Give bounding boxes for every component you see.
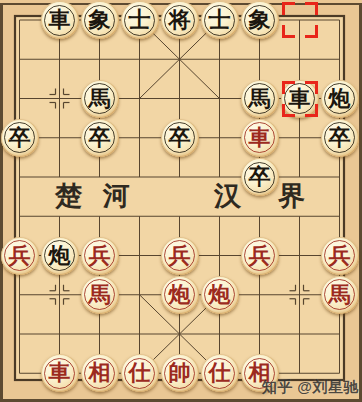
black-chariot-disc: 車 [281, 80, 319, 118]
black-elephant-glyph: 象 [89, 1, 111, 39]
red-soldier-disc: 兵 [161, 237, 199, 275]
piece-red-soldier[interactable]: 兵 [80, 236, 120, 275]
black-chariot-glyph: 車 [49, 1, 71, 39]
black-soldier-glyph: 卒 [169, 118, 191, 156]
piece-red-elephant[interactable]: 相 [80, 354, 120, 393]
xiangqi-app: 楚河 汉界 車象士将士象馬馬車炮卒卒卒車卒卒兵炮兵兵兵兵馬炮炮馬車相仕帥仕相 知… [0, 0, 362, 402]
red-chariot-glyph: 車 [249, 118, 271, 156]
red-soldier-disc: 兵 [321, 237, 359, 275]
red-elephant-glyph: 相 [89, 354, 111, 392]
piece-black-soldier[interactable]: 卒 [160, 118, 200, 157]
black-soldier-disc: 卒 [241, 158, 279, 196]
red-chariot-disc: 車 [41, 354, 79, 392]
black-advisor-glyph: 士 [209, 1, 231, 39]
red-soldier-glyph: 兵 [169, 236, 191, 274]
black-horse-disc: 馬 [241, 80, 279, 118]
red-elephant-disc: 相 [81, 354, 119, 392]
black-horse-glyph: 馬 [89, 79, 111, 117]
red-cannon-glyph: 炮 [169, 275, 191, 313]
piece-black-elephant[interactable]: 象 [240, 0, 280, 39]
piece-black-soldier[interactable]: 卒 [0, 118, 40, 157]
piece-red-cannon[interactable]: 炮 [160, 275, 200, 314]
black-soldier-glyph: 卒 [89, 118, 111, 156]
piece-red-soldier[interactable]: 兵 [240, 236, 280, 275]
piece-red-soldier[interactable]: 兵 [0, 236, 40, 275]
piece-red-horse[interactable]: 馬 [80, 275, 120, 314]
piece-black-cannon[interactable]: 炮 [320, 79, 360, 118]
red-soldier-glyph: 兵 [249, 236, 271, 274]
piece-black-advisor[interactable]: 士 [120, 0, 160, 39]
black-elephant-disc: 象 [241, 1, 279, 39]
black-horse-disc: 馬 [81, 80, 119, 118]
piece-black-advisor[interactable]: 士 [200, 0, 240, 39]
black-cannon-disc: 炮 [41, 237, 79, 275]
piece-black-soldier[interactable]: 卒 [80, 118, 120, 157]
red-horse-glyph: 馬 [89, 275, 111, 313]
piece-black-soldier[interactable]: 卒 [240, 157, 280, 196]
black-soldier-disc: 卒 [81, 119, 119, 157]
black-soldier-disc: 卒 [321, 119, 359, 157]
red-soldier-disc: 兵 [241, 237, 279, 275]
piece-red-horse[interactable]: 馬 [320, 275, 360, 314]
red-soldier-disc: 兵 [1, 237, 39, 275]
black-cannon-disc: 炮 [321, 80, 359, 118]
red-horse-disc: 馬 [321, 276, 359, 314]
red-horse-disc: 馬 [81, 276, 119, 314]
red-advisor-disc: 仕 [121, 354, 159, 392]
piece-black-cannon[interactable]: 炮 [40, 236, 80, 275]
red-advisor-disc: 仕 [201, 354, 239, 392]
red-soldier-glyph: 兵 [329, 236, 351, 274]
piece-black-horse[interactable]: 馬 [240, 79, 280, 118]
red-cannon-glyph: 炮 [209, 275, 231, 313]
red-soldier-glyph: 兵 [89, 236, 111, 274]
piece-black-horse[interactable]: 馬 [80, 79, 120, 118]
black-chariot-disc: 車 [41, 1, 79, 39]
red-advisor-glyph: 仕 [129, 354, 151, 392]
piece-red-advisor[interactable]: 仕 [200, 354, 240, 393]
black-advisor-disc: 士 [201, 1, 239, 39]
black-cannon-glyph: 炮 [49, 236, 71, 274]
piece-red-general[interactable]: 帥 [160, 354, 200, 393]
piece-black-chariot[interactable]: 車 [40, 0, 80, 39]
black-advisor-glyph: 士 [129, 1, 151, 39]
red-general-disc: 帥 [161, 354, 199, 392]
black-chariot-glyph: 車 [289, 79, 311, 117]
black-soldier-glyph: 卒 [329, 118, 351, 156]
red-soldier-disc: 兵 [81, 237, 119, 275]
black-horse-glyph: 馬 [249, 79, 271, 117]
piece-red-cannon[interactable]: 炮 [200, 275, 240, 314]
piece-red-chariot[interactable]: 車 [240, 118, 280, 157]
piece-red-advisor[interactable]: 仕 [120, 354, 160, 393]
piece-black-soldier[interactable]: 卒 [320, 118, 360, 157]
black-advisor-disc: 士 [121, 1, 159, 39]
red-horse-glyph: 馬 [329, 275, 351, 313]
piece-red-soldier[interactable]: 兵 [160, 236, 200, 275]
black-soldier-disc: 卒 [161, 119, 199, 157]
black-general-disc: 将 [161, 1, 199, 39]
black-general-glyph: 将 [169, 1, 191, 39]
piece-red-soldier[interactable]: 兵 [320, 236, 360, 275]
red-general-glyph: 帥 [169, 354, 191, 392]
piece-red-chariot[interactable]: 車 [40, 354, 80, 393]
black-elephant-disc: 象 [81, 1, 119, 39]
red-chariot-disc: 車 [241, 119, 279, 157]
piece-black-chariot[interactable]: 車 [280, 79, 320, 118]
black-soldier-disc: 卒 [1, 119, 39, 157]
red-cannon-disc: 炮 [201, 276, 239, 314]
black-soldier-glyph: 卒 [9, 118, 31, 156]
red-cannon-disc: 炮 [161, 276, 199, 314]
watermark: 知乎 @刘星驰 [262, 378, 359, 397]
red-chariot-glyph: 車 [49, 354, 71, 392]
black-cannon-glyph: 炮 [329, 79, 351, 117]
red-advisor-glyph: 仕 [209, 354, 231, 392]
black-elephant-glyph: 象 [249, 1, 271, 39]
piece-black-general[interactable]: 将 [160, 0, 200, 39]
piece-black-elephant[interactable]: 象 [80, 0, 120, 39]
pieces-layer: 車象士将士象馬馬車炮卒卒卒車卒卒兵炮兵兵兵兵馬炮炮馬車相仕帥仕相 [0, 0, 360, 393]
black-soldier-glyph: 卒 [249, 158, 271, 196]
red-soldier-glyph: 兵 [9, 236, 31, 274]
